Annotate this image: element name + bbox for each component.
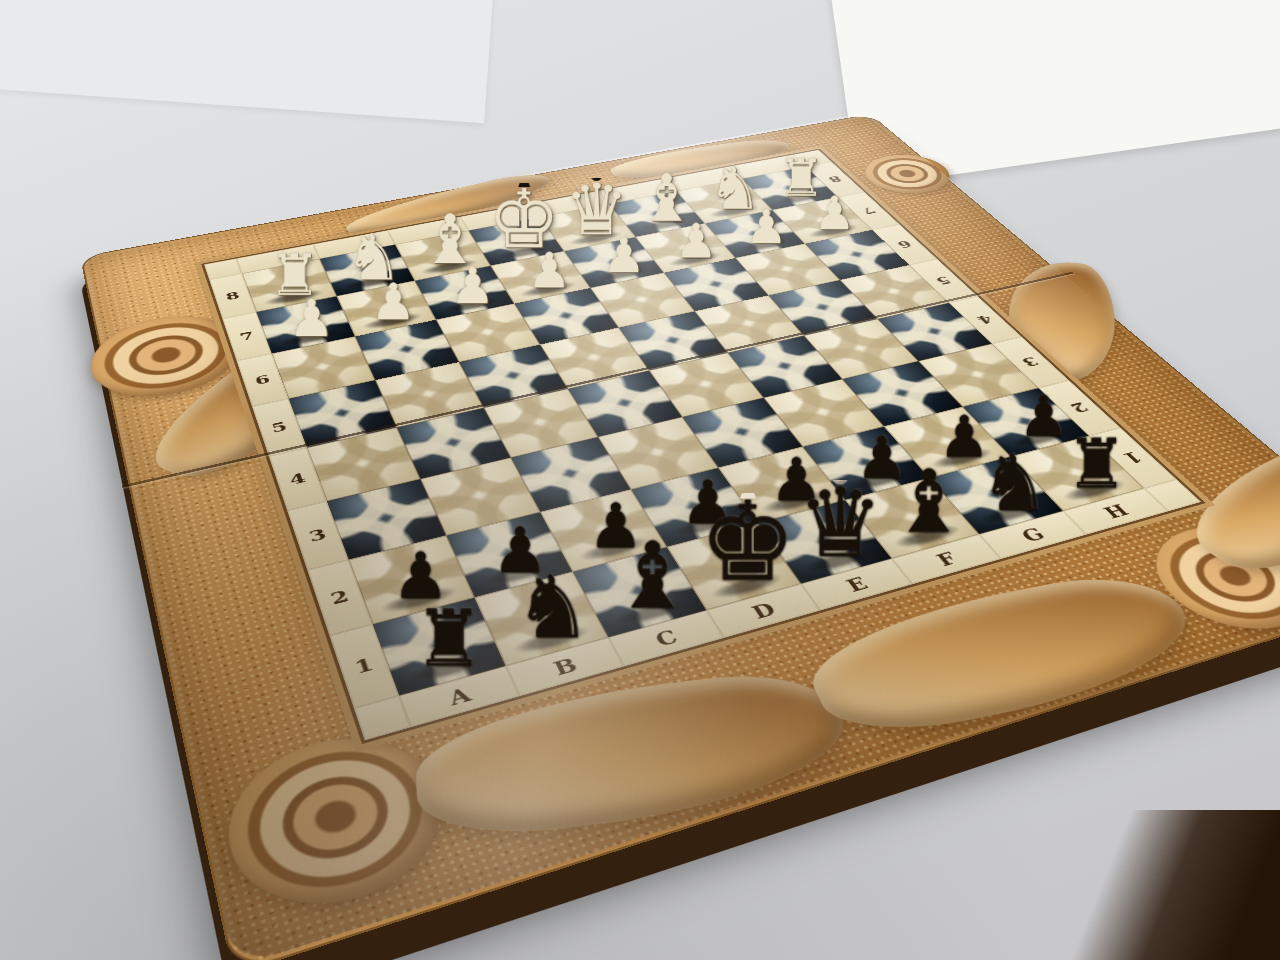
piece-white-pawn-h7: ♟ (814, 193, 855, 235)
piece-black-rook-a1: ♜ (414, 603, 484, 675)
ball-finial-icon (590, 169, 602, 181)
coordinate-text: 6 (893, 238, 915, 250)
piece-white-pawn-c7: ♟ (450, 264, 495, 310)
coordinate-text: 7 (238, 329, 256, 344)
coordinate-text: 1 (351, 653, 376, 678)
ball-finial-icon (832, 468, 848, 484)
black-rook-icon: ♜ (414, 603, 484, 675)
white-pawn-icon: ♟ (528, 249, 572, 294)
black-knight-icon: ♞ (979, 447, 1049, 519)
piece-black-pawn-h2: ♟ (1019, 391, 1069, 443)
coordinate-text: 3 (306, 524, 328, 545)
piece-black-knight-b1: ♞ (514, 567, 592, 647)
white-pawn-icon: ♟ (371, 279, 416, 325)
cone-finial-icon (740, 477, 756, 499)
black-pawn-icon: ♟ (1019, 391, 1069, 443)
coordinate-text: 2 (328, 585, 352, 608)
chess-box-3d: 8♜♞♝♚♛♝♞♜87♟♟♟♟♟♟♟♟7665544332♟♟♟♟♟♟♟♟21♜… (80, 114, 1280, 960)
photo-scene: 8♜♞♝♚♛♝♞♜87♟♟♟♟♟♟♟♟7665544332♟♟♟♟♟♟♟♟21♜… (0, 0, 1280, 960)
coordinate-text: H (1098, 500, 1133, 521)
coordinate-text: C (651, 625, 681, 650)
piece-black-queen-e1: ♛ (797, 480, 883, 568)
black-bishop-icon: ♝ (890, 463, 968, 543)
box-corner-shadow (980, 810, 1280, 960)
piece-black-bishop-f1: ♝ (890, 463, 968, 543)
black-bishop-icon: ♝ (611, 535, 694, 620)
black-king-icon: ♚ (699, 493, 797, 593)
coordinate-text: 4 (973, 312, 997, 326)
file-label-E: E (801, 559, 912, 611)
piece-black-knight-g1: ♞ (979, 447, 1049, 519)
white-pawn-icon: ♟ (602, 234, 645, 278)
piece-black-bishop-c1: ♝ (611, 535, 694, 620)
coordinate-text: D (747, 598, 779, 622)
piece-white-pawn-e7: ♟ (602, 234, 645, 278)
white-pawn-icon: ♟ (745, 206, 787, 249)
black-queen-icon: ♛ (797, 480, 883, 568)
coordinate-text: E (842, 573, 872, 596)
piece-black-king-d1: ♚ (699, 493, 797, 593)
coordinate-text: F (932, 548, 962, 570)
piece-white-pawn-b7: ♟ (371, 279, 416, 325)
coordinate-text: A (445, 683, 474, 710)
piece-white-pawn-g7: ♟ (745, 206, 787, 249)
coordinate-text: 2 (1065, 399, 1092, 416)
white-pawn-icon: ♟ (814, 193, 855, 235)
chess-board: 8♜♞♝♚♛♝♞♜87♟♟♟♟♟♟♟♟7665544332♟♟♟♟♟♟♟♟21♜… (201, 149, 1206, 744)
coordinate-text: 8 (825, 174, 845, 185)
piece-white-pawn-f7: ♟ (675, 220, 718, 264)
coordinate-text: 5 (932, 274, 955, 287)
piece-black-rook-h1: ♜ (1066, 433, 1127, 496)
black-rook-icon: ♜ (1066, 433, 1127, 496)
white-pawn-icon: ♟ (450, 264, 495, 310)
carved-spiral (213, 716, 466, 931)
coordinate-text: 5 (269, 418, 289, 435)
cone-finial-icon (518, 171, 530, 188)
coordinate-text: 6 (253, 372, 272, 388)
coordinate-text: 3 (1017, 354, 1042, 369)
table-sheet (0, 0, 495, 123)
coordinate-text: 8 (224, 289, 241, 303)
coordinate-text: B (550, 653, 581, 679)
piece-white-pawn-d7: ♟ (528, 249, 572, 294)
coordinate-text: G (1016, 524, 1049, 546)
coordinate-text: 4 (287, 469, 308, 488)
white-pawn-icon: ♟ (675, 220, 718, 264)
coordinate-text: 7 (858, 205, 879, 216)
white-pawn-icon: ♟ (289, 295, 335, 342)
black-knight-icon: ♞ (514, 567, 592, 647)
piece-white-pawn-a7: ♟ (289, 295, 335, 342)
